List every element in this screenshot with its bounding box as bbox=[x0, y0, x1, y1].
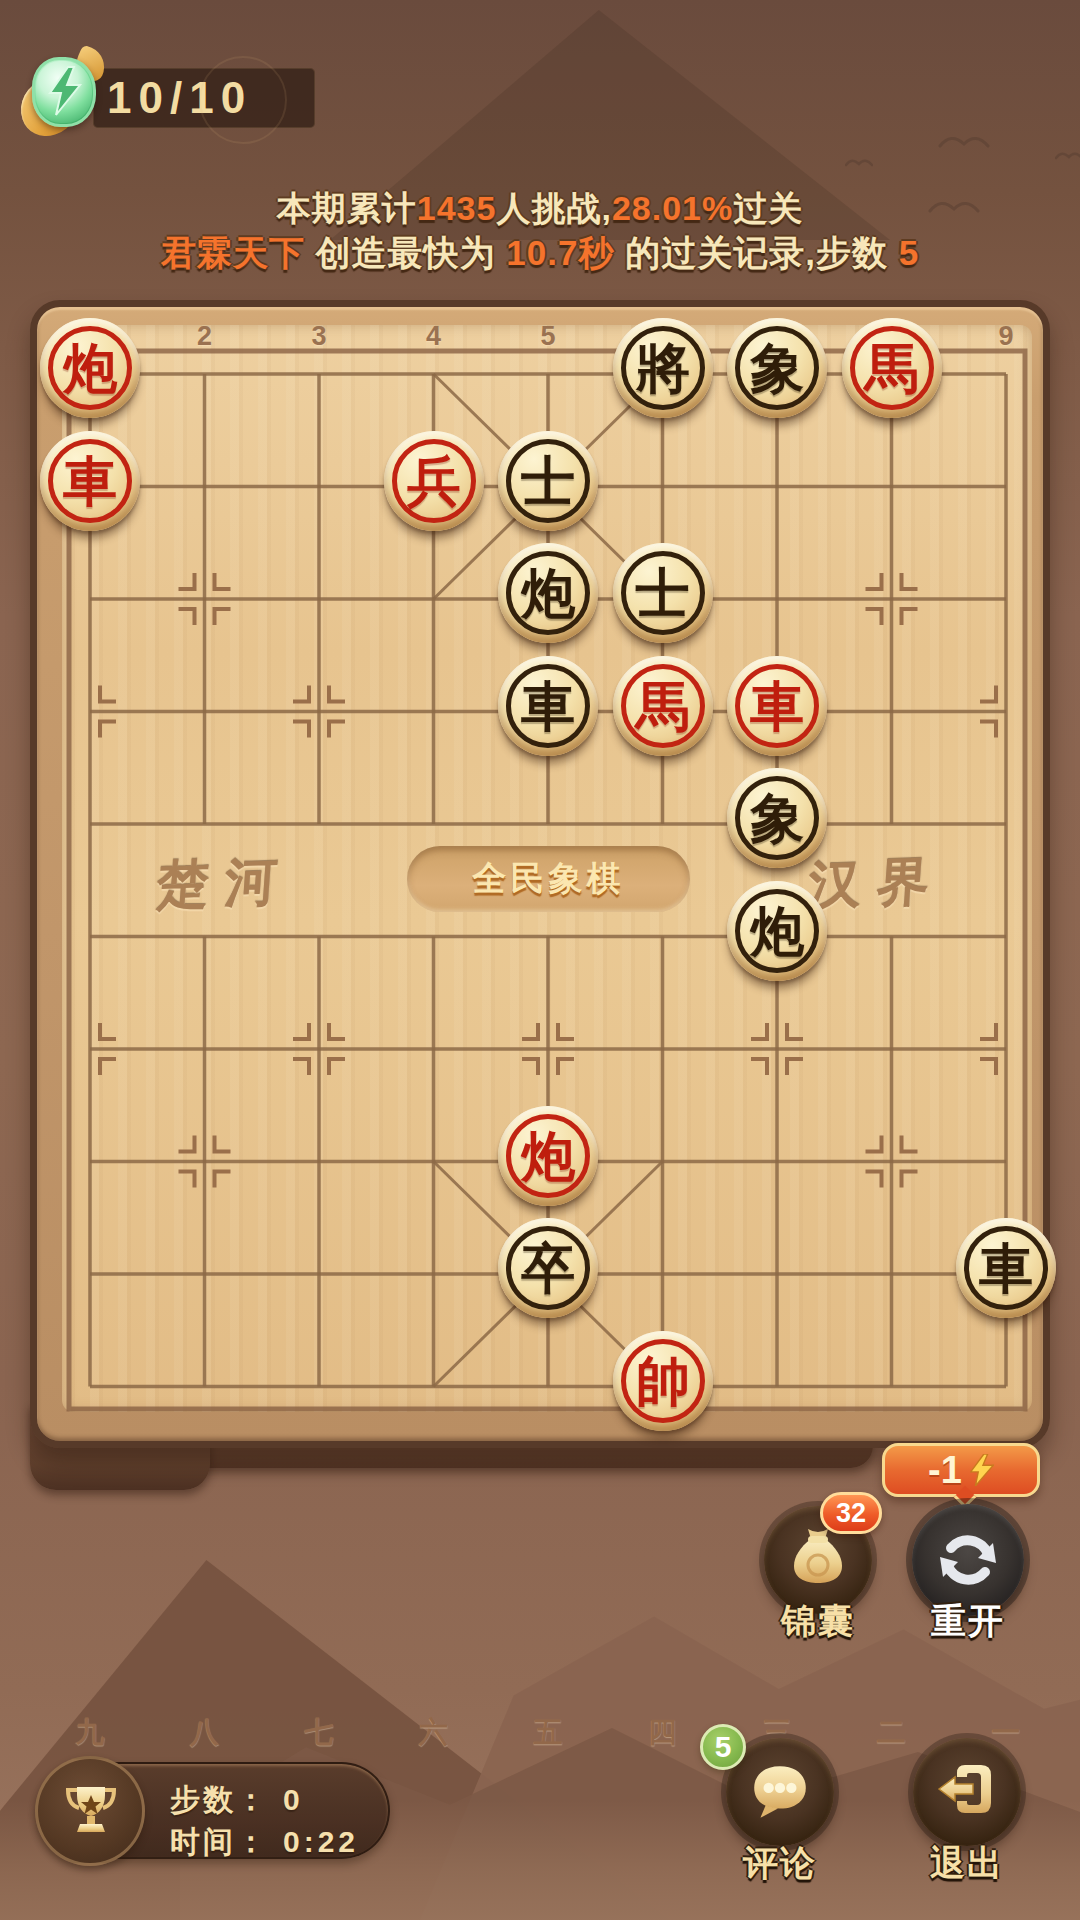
moves-row: 步数：0 bbox=[170, 1780, 304, 1821]
info-segment: 创造最快为 bbox=[305, 233, 506, 272]
piece-black-soldier[interactable]: 卒 bbox=[498, 1218, 598, 1318]
piece-black-general[interactable]: 將 bbox=[613, 318, 713, 418]
challenge-stats-line: 本期累计1435人挑战,28.01%过关 bbox=[0, 186, 1080, 232]
lightning-bolt-icon bbox=[42, 65, 86, 117]
stats-panel: 步数：0 时间：0:22 bbox=[38, 1762, 390, 1859]
restart-button-label[interactable]: 重开 bbox=[898, 1598, 1038, 1645]
info-segment: 1435 bbox=[417, 189, 497, 227]
piece-red-chariot[interactable]: 車 bbox=[40, 431, 140, 531]
piece-character: 帥 bbox=[613, 1331, 713, 1431]
piece-character: 馬 bbox=[613, 656, 713, 756]
file-label-bottom: 六 bbox=[419, 1713, 448, 1753]
piece-character: 馬 bbox=[842, 318, 942, 418]
piece-black-advisor[interactable]: 士 bbox=[498, 431, 598, 531]
piece-character: 炮 bbox=[498, 543, 598, 643]
trophy-icon bbox=[35, 1756, 145, 1866]
exit-button[interactable] bbox=[913, 1738, 1021, 1846]
piece-red-cannon[interactable]: 炮 bbox=[498, 1106, 598, 1206]
piece-black-chariot[interactable]: 車 bbox=[498, 656, 598, 756]
piece-red-general[interactable]: 帥 bbox=[613, 1331, 713, 1431]
refresh-icon bbox=[933, 1525, 1003, 1595]
piece-red-soldier[interactable]: 兵 bbox=[384, 431, 484, 531]
file-label-bottom: 四 bbox=[648, 1713, 677, 1753]
time-label: 时间： bbox=[170, 1825, 269, 1858]
piece-red-chariot[interactable]: 車 bbox=[727, 656, 827, 756]
piece-character: 兵 bbox=[384, 431, 484, 531]
info-segment: 5 bbox=[899, 233, 919, 272]
restart-cost-badge: -1 bbox=[882, 1443, 1040, 1497]
piece-character: 士 bbox=[613, 543, 713, 643]
bird-icon bbox=[938, 130, 990, 152]
file-label-bottom: 五 bbox=[534, 1713, 563, 1753]
info-segment: 君霖天下 bbox=[161, 233, 305, 272]
info-segment: 过关 bbox=[733, 189, 803, 227]
file-label-bottom: 九 bbox=[76, 1713, 105, 1753]
game-screen: 10/10 本期累计1435人挑战,28.01%过关 君霖天下 创造最快为 10… bbox=[0, 0, 1080, 1920]
record-holder-line: 君霖天下 创造最快为 10.7秒 的过关记录,步数 5 bbox=[0, 230, 1080, 277]
hint-button-label[interactable]: 锦囊 bbox=[748, 1598, 888, 1645]
comment-count-badge: 5 bbox=[700, 1724, 746, 1770]
piece-character: 卒 bbox=[498, 1218, 598, 1318]
piece-character: 炮 bbox=[40, 318, 140, 418]
info-segment: 本期累计 bbox=[277, 189, 417, 227]
restart-cost-text: -1 bbox=[928, 1449, 962, 1492]
time-value: 0:22 bbox=[283, 1825, 359, 1858]
piece-red-cannon[interactable]: 炮 bbox=[40, 318, 140, 418]
piece-black-elephant[interactable]: 象 bbox=[727, 318, 827, 418]
exit-button-label[interactable]: 退出 bbox=[897, 1840, 1037, 1887]
piece-character: 炮 bbox=[498, 1106, 598, 1206]
piece-character: 車 bbox=[40, 431, 140, 531]
piece-character: 車 bbox=[498, 656, 598, 756]
piece-red-horse[interactable]: 馬 bbox=[842, 318, 942, 418]
info-segment: 28.01% bbox=[612, 189, 733, 227]
piece-character: 炮 bbox=[727, 881, 827, 981]
file-label-bottom: 七 bbox=[305, 1713, 334, 1753]
piece-black-advisor[interactable]: 士 bbox=[613, 543, 713, 643]
exit-door-icon bbox=[935, 1759, 999, 1823]
piece-black-chariot[interactable]: 車 bbox=[956, 1218, 1056, 1318]
piece-black-cannon[interactable]: 炮 bbox=[727, 881, 827, 981]
energy-gem-icon[interactable] bbox=[24, 53, 104, 135]
piece-character: 將 bbox=[613, 318, 713, 418]
bird-icon bbox=[845, 155, 873, 169]
file-label-bottom: 八 bbox=[190, 1713, 219, 1753]
lightning-bolt-icon bbox=[970, 1454, 994, 1486]
moves-value: 0 bbox=[283, 1783, 304, 1816]
piece-character: 象 bbox=[727, 318, 827, 418]
info-segment: 10.7秒 bbox=[506, 233, 614, 272]
moves-label: 步数： bbox=[170, 1783, 269, 1816]
attempts-counter-bar: 10/10 bbox=[93, 68, 315, 128]
trophy-cup bbox=[63, 1781, 119, 1841]
info-segment: 的过关记录,步数 bbox=[614, 233, 898, 272]
file-label-bottom: 二 bbox=[877, 1713, 906, 1753]
xiangqi-board[interactable]: 123456789 九八七六五四三二一 楚河 汉界 全民象棋 炮將象馬車兵士炮士… bbox=[30, 300, 1050, 1448]
time-row: 时间：0:22 bbox=[170, 1822, 359, 1863]
piece-red-horse[interactable]: 馬 bbox=[613, 656, 713, 756]
bird-icon bbox=[1055, 148, 1080, 162]
chat-bubble-icon bbox=[747, 1758, 813, 1824]
hint-count-badge: 32 bbox=[820, 1492, 882, 1534]
piece-black-elephant[interactable]: 象 bbox=[727, 768, 827, 868]
comment-button-label[interactable]: 评论 bbox=[710, 1840, 850, 1887]
attempts-counter-text: 10/10 bbox=[107, 68, 252, 128]
info-segment: 人挑战, bbox=[496, 189, 611, 227]
pieces-layer: 炮將象馬車兵士炮士車馬車象炮炮卒車帥 bbox=[33, 318, 1064, 1443]
piece-character: 車 bbox=[956, 1218, 1056, 1318]
piece-character: 象 bbox=[727, 768, 827, 868]
piece-character: 車 bbox=[727, 656, 827, 756]
piece-character: 士 bbox=[498, 431, 598, 531]
piece-black-cannon[interactable]: 炮 bbox=[498, 543, 598, 643]
